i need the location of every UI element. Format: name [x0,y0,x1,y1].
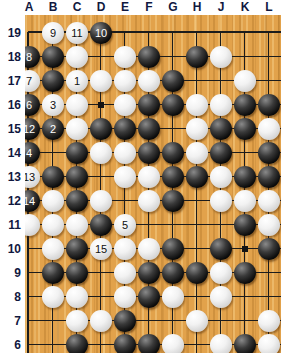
move-number: 1 [74,75,80,87]
point-G17[interactable] [161,69,185,93]
point-G8[interactable] [161,285,185,309]
stone-white-H14[interactable] [186,142,208,164]
stone-black-G9[interactable] [162,262,184,284]
move-number: 2 [50,123,56,135]
point-F13[interactable] [137,165,161,189]
stone-white-G8[interactable] [162,286,184,308]
point-E9[interactable] [113,261,137,285]
point-K10[interactable] [233,237,257,261]
point-C12[interactable] [65,189,89,213]
point-H11[interactable] [185,213,209,237]
stone-white-J18[interactable] [210,46,232,68]
point-G6[interactable] [161,333,185,353]
stone-black-D15[interactable] [90,118,112,140]
stone-white-D17[interactable] [90,70,112,92]
point-E15[interactable] [113,117,137,141]
stone-white-D7[interactable] [90,310,112,332]
point-L15[interactable] [257,117,281,141]
point-L7[interactable] [257,309,281,333]
point-B17[interactable] [41,69,65,93]
col-label-L: L [265,0,272,15]
stone-white-J16[interactable] [210,94,232,116]
grid-line-horizontal [185,31,209,33]
point-F7[interactable] [137,309,161,333]
stone-black-C6[interactable] [66,334,88,353]
stone-black-J14[interactable] [210,142,232,164]
point-J11[interactable] [209,213,233,237]
stone-black-C14[interactable] [66,142,88,164]
point-C11[interactable] [65,213,89,237]
point-C9[interactable] [65,261,89,285]
point-E13[interactable] [113,165,137,189]
point-E8[interactable] [113,285,137,309]
stone-white-C15[interactable] [66,118,88,140]
point-G13[interactable] [161,165,185,189]
point-E14[interactable] [113,141,137,165]
stone-white-H7[interactable] [186,310,208,332]
point-F10[interactable] [137,237,161,261]
stone-white-B8[interactable] [42,286,64,308]
stone-white-E13[interactable] [114,166,136,188]
point-C15[interactable] [65,117,89,141]
stone-white-G6[interactable] [162,334,184,353]
point-B14[interactable] [41,141,65,165]
stone-white-C17[interactable]: 1 [66,70,88,92]
stone-black-L16[interactable] [258,94,280,116]
point-G12[interactable] [161,189,185,213]
grid-line-vertical [124,189,125,213]
point-G9[interactable] [161,261,185,285]
grid-line-horizontal [28,344,41,345]
point-L19[interactable] [257,21,281,45]
stone-white-K12[interactable] [234,190,256,212]
stone-black-G12[interactable] [162,190,184,212]
stone-white-J12[interactable] [210,190,232,212]
grid-line-vertical [27,285,29,309]
move-number: 7 [26,75,32,87]
grid-line-horizontal [185,224,209,225]
row-label-7: 7 [0,314,21,328]
stone-white-C7[interactable] [66,310,88,332]
stone-black-K9[interactable] [234,262,256,284]
stone-black-L14[interactable] [258,142,280,164]
point-C13[interactable] [65,165,89,189]
grid-line-horizontal [137,31,161,33]
stone-black-B9[interactable] [42,262,64,284]
stone-black-H18[interactable] [186,46,208,68]
stone-white-B12[interactable] [42,190,64,212]
grid-line-vertical [27,333,29,353]
point-G15[interactable] [161,117,185,141]
point-D12[interactable] [89,189,113,213]
point-L14[interactable] [257,141,281,165]
point-B6[interactable] [41,333,65,353]
stone-black-C12[interactable] [66,190,88,212]
point-L17[interactable] [257,69,281,93]
point-B12[interactable] [41,189,65,213]
grid-line-vertical [27,309,29,333]
point-C14[interactable] [65,141,89,165]
point-L10[interactable] [257,237,281,261]
point-C16[interactable] [65,93,89,117]
point-L11[interactable] [257,213,281,237]
stone-white-B19[interactable]: 9 [42,22,64,44]
grid-line-vertical [100,165,101,189]
point-C10[interactable] [65,237,89,261]
point-C7[interactable] [65,309,89,333]
point-K16[interactable] [233,93,257,117]
stone-white-E17[interactable] [114,70,136,92]
point-C8[interactable] [65,285,89,309]
point-J12[interactable] [209,189,233,213]
point-E18[interactable] [113,45,137,69]
point-B7[interactable] [41,309,65,333]
stone-black-L10[interactable] [258,238,280,260]
point-F14[interactable] [137,141,161,165]
stone-black-F9[interactable] [138,262,160,284]
point-K9[interactable] [233,261,257,285]
point-J16[interactable] [209,93,233,117]
point-G19[interactable] [161,21,185,45]
stone-white-C19[interactable]: 11 [66,22,88,44]
point-K19[interactable] [233,21,257,45]
stone-white-J8[interactable] [210,286,232,308]
stone-white-L15[interactable] [258,118,280,140]
stone-white-L11[interactable] [258,214,280,236]
point-H10[interactable] [185,237,209,261]
point-L6[interactable] [257,333,281,353]
stone-white-C16[interactable] [66,94,88,116]
stone-white-L6[interactable] [258,334,280,353]
point-D10[interactable]: 15 [89,237,113,261]
point-F8[interactable] [137,285,161,309]
point-K14[interactable] [233,141,257,165]
stone-white-J6[interactable] [210,334,232,353]
point-F12[interactable] [137,189,161,213]
point-F9[interactable] [137,261,161,285]
point-H13[interactable] [185,165,209,189]
point-G10[interactable] [161,237,185,261]
point-F19[interactable] [137,21,161,45]
stone-black-B13[interactable] [42,166,64,188]
point-K8[interactable] [233,285,257,309]
stone-black-J10[interactable] [210,238,232,260]
stone-black-K13[interactable] [234,166,256,188]
stone-black-B18[interactable] [42,46,64,68]
column-labels: ABCDEFGHJKL [0,0,281,15]
point-J8[interactable] [209,285,233,309]
row-label-9: 9 [0,266,21,280]
point-F6[interactable] [137,333,161,353]
point-B9[interactable] [41,261,65,285]
grid-line-horizontal [161,320,185,321]
stone-white-B10[interactable] [42,238,64,260]
point-B19[interactable]: 9 [41,21,65,45]
point-L16[interactable] [257,93,281,117]
stone-black-F16[interactable] [138,94,160,116]
grid-line-horizontal [257,296,281,297]
grid-line-vertical [244,309,245,333]
point-C6[interactable] [65,333,89,353]
grid-line-vertical [148,32,149,45]
stone-black-F15[interactable] [138,118,160,140]
grid-line-vertical [27,32,29,45]
point-L12[interactable] [257,189,281,213]
stone-black-B15[interactable]: 2 [42,118,64,140]
stone-black-C10[interactable] [66,238,88,260]
point-D8[interactable] [89,285,113,309]
stone-white-D10[interactable]: 15 [90,238,112,260]
point-F17[interactable] [137,69,161,93]
point-F16[interactable] [137,93,161,117]
stone-black-K6[interactable] [234,334,256,353]
point-H19[interactable] [185,21,209,45]
stone-black-J15[interactable] [210,118,232,140]
point-J14[interactable] [209,141,233,165]
point-D17[interactable] [89,69,113,93]
grid-line-horizontal [28,296,41,297]
grid-line-vertical [27,237,29,261]
stone-white-L7[interactable] [258,310,280,332]
stone-white-B11[interactable] [42,214,64,236]
grid-line-horizontal [233,296,257,297]
stone-black-G13[interactable] [162,166,184,188]
grid-line-vertical [52,333,53,353]
point-D7[interactable] [89,309,113,333]
grid-line-horizontal [41,320,65,321]
stone-black-G14[interactable] [162,142,184,164]
stone-black-E15[interactable] [114,118,136,140]
stone-black-K11[interactable] [234,214,256,236]
stone-black-L13[interactable] [258,166,280,188]
grid-line-vertical [220,213,221,237]
stone-black-H13[interactable] [186,166,208,188]
point-D6[interactable] [89,333,113,353]
stone-black-K15[interactable] [234,118,256,140]
row-label-10: 10 [0,242,21,256]
stone-black-F18[interactable] [138,46,160,68]
stone-white-D12[interactable] [90,190,112,212]
grid-line-horizontal [161,56,185,57]
point-L18[interactable] [257,45,281,69]
point-K17[interactable] [233,69,257,93]
grid-line-horizontal [185,200,209,201]
grid-line-horizontal [89,176,113,177]
point-E19[interactable] [113,21,137,45]
stone-white-E10[interactable] [114,238,136,260]
grid-line-vertical [100,261,101,285]
grid-line-vertical [172,32,173,45]
grid-line-vertical [52,309,53,333]
point-G18[interactable] [161,45,185,69]
point-K11[interactable] [233,213,257,237]
point-E17[interactable] [113,69,137,93]
stone-white-F12[interactable] [138,190,160,212]
grid-line-vertical [100,45,101,69]
stone-white-E18[interactable] [114,46,136,68]
stone-black-F14[interactable] [138,142,160,164]
point-D11[interactable] [89,213,113,237]
stone-white-E11[interactable]: 5 [114,214,136,236]
stone-white-F10[interactable] [138,238,160,260]
grid-line-horizontal [233,56,257,57]
point-J19[interactable] [209,21,233,45]
grid-line-horizontal [113,31,137,33]
row-label-14: 14 [0,146,21,160]
row-label-8: 8 [0,290,21,304]
col-label-B: B [49,0,58,15]
point-G14[interactable] [161,141,185,165]
point-G16[interactable] [161,93,185,117]
stone-black-C13[interactable] [66,166,88,188]
stone-white-E8[interactable] [114,286,136,308]
grid-line-horizontal [185,80,209,81]
point-E10[interactable] [113,237,137,261]
point-J15[interactable] [209,117,233,141]
point-K15[interactable] [233,117,257,141]
point-F15[interactable] [137,117,161,141]
point-G7[interactable] [161,309,185,333]
stone-white-C18[interactable] [66,46,88,68]
row-label-16: 16 [0,98,21,112]
stone-white-F13[interactable] [138,166,160,188]
point-E7[interactable] [113,309,137,333]
grid-line-vertical [268,285,269,309]
stone-white-K17[interactable] [234,70,256,92]
point-K7[interactable] [233,309,257,333]
stone-white-E9[interactable] [114,262,136,284]
point-K13[interactable] [233,165,257,189]
grid-line-vertical [172,213,173,237]
point-D15[interactable] [89,117,113,141]
point-E12[interactable] [113,189,137,213]
stone-black-B17[interactable] [42,70,64,92]
point-H8[interactable] [185,285,209,309]
stone-white-L12[interactable] [258,190,280,212]
point-D14[interactable] [89,141,113,165]
stone-white-J9[interactable] [210,262,232,284]
stone-white-H16[interactable] [186,94,208,116]
point-H9[interactable] [185,261,209,285]
move-number: 11 [71,27,82,39]
point-H6[interactable] [185,333,209,353]
point-L13[interactable] [257,165,281,189]
point-D9[interactable] [89,261,113,285]
point-B10[interactable] [41,237,65,261]
point-D13[interactable] [89,165,113,189]
grid-line-horizontal [113,200,137,201]
grid-line-vertical [100,285,101,309]
point-H18[interactable] [185,45,209,69]
point-B11[interactable] [41,213,65,237]
grid-line-vertical [196,32,197,45]
stone-black-K16[interactable] [234,94,256,116]
stone-white-C11[interactable] [66,214,88,236]
grid-line-vertical [148,213,149,237]
point-J9[interactable] [209,261,233,285]
point-H12[interactable] [185,189,209,213]
point-J10[interactable] [209,237,233,261]
point-J13[interactable] [209,165,233,189]
point-K12[interactable] [233,189,257,213]
point-F11[interactable] [137,213,161,237]
stone-white-E14[interactable] [114,142,136,164]
point-K18[interactable] [233,45,257,69]
point-E6[interactable] [113,333,137,353]
point-B13[interactable] [41,165,65,189]
row-label-12: 12 [0,194,21,208]
point-D16[interactable] [89,93,113,117]
stone-white-F17[interactable] [138,70,160,92]
point-H15[interactable] [185,117,209,141]
stone-white-B16[interactable]: 3 [42,94,64,116]
stone-white-J13[interactable] [210,166,232,188]
point-B15[interactable]: 2 [41,117,65,141]
point-E11[interactable]: 5 [113,213,137,237]
grid-line-vertical [100,333,101,353]
grid-line-horizontal [185,344,209,345]
point-H14[interactable] [185,141,209,165]
row-label-17: 17 [0,74,21,88]
col-label-E: E [121,0,129,15]
point-D19[interactable]: 10 [89,21,113,45]
point-C17[interactable]: 1 [65,69,89,93]
stone-black-E6[interactable] [114,334,136,353]
point-G11[interactable] [161,213,185,237]
point-C19[interactable]: 11 [65,21,89,45]
point-B16[interactable]: 3 [41,93,65,117]
point-B8[interactable] [41,285,65,309]
stone-black-H9[interactable] [186,262,208,284]
point-J7[interactable] [209,309,233,333]
point-F18[interactable] [137,45,161,69]
go-board-diagram: ABCDEFGHJKL 191817161514131211109876 911… [0,0,281,353]
point-K6[interactable] [233,333,257,353]
point-L8[interactable] [257,285,281,309]
stone-black-G17[interactable] [162,70,184,92]
point-H7[interactable] [185,309,209,333]
point-H16[interactable] [185,93,209,117]
stone-white-D14[interactable] [90,142,112,164]
stone-black-G16[interactable] [162,94,184,116]
stone-white-H15[interactable] [186,118,208,140]
stone-black-D11[interactable] [90,214,112,236]
point-L9[interactable] [257,261,281,285]
point-H17[interactable] [185,69,209,93]
point-C18[interactable] [65,45,89,69]
stone-white-C8[interactable] [66,286,88,308]
grid-line-vertical [52,141,53,165]
stone-black-D19[interactable]: 10 [90,22,112,44]
stone-white-E16[interactable] [114,94,136,116]
stone-black-F6[interactable] [138,334,160,353]
stone-black-E7[interactable] [114,310,136,332]
stone-black-G10[interactable] [162,238,184,260]
point-J6[interactable] [209,333,233,353]
point-D18[interactable] [89,45,113,69]
point-J18[interactable] [209,45,233,69]
grid-line-vertical [244,141,245,165]
grid-line-horizontal [89,296,113,297]
point-J17[interactable] [209,69,233,93]
point-B18[interactable] [41,45,65,69]
point-E16[interactable] [113,93,137,117]
grid-line-horizontal [161,31,185,33]
grid-line-horizontal [161,128,185,129]
stone-black-C9[interactable] [66,262,88,284]
stone-black-F8[interactable] [138,286,160,308]
grid-line-vertical [244,285,245,309]
